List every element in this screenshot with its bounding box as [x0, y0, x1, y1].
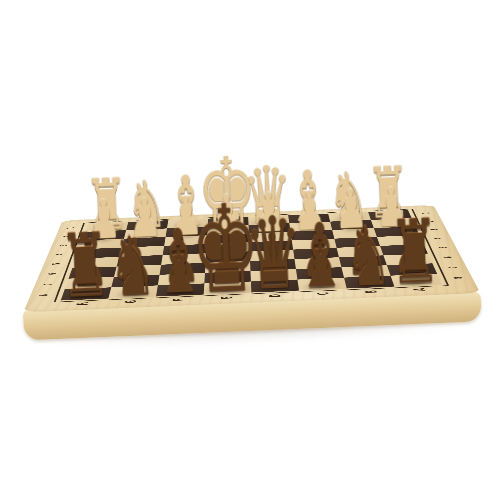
rank-label-left-3: 3 [57, 243, 70, 248]
rank-label-right-1: 1 [420, 211, 433, 215]
rank-label-left-5: 5 [50, 261, 64, 266]
file-label-f: F [171, 297, 188, 303]
rank-label-right-2: 2 [424, 219, 437, 223]
file-label-b: B [363, 289, 381, 295]
square-f8 [156, 283, 204, 296]
rank-label-left-7: 7 [41, 282, 55, 287]
rank-label-right-3: 3 [428, 227, 441, 231]
rank-label-right-8: 8 [451, 275, 466, 281]
square-d8 [251, 280, 299, 293]
chess-set-photo: HGFEDCBA1234567812345678 ♜♞♝♛♚♝♞♜♟♟♟♟♟♟♟… [0, 0, 500, 500]
rank-label-right-4: 4 [432, 236, 446, 241]
square-e8 [204, 281, 252, 294]
square-b8 [344, 276, 394, 289]
rank-label-left-4: 4 [54, 252, 67, 257]
file-label-a: A [411, 287, 430, 293]
rank-label-right-6: 6 [441, 255, 455, 260]
square-a8 [391, 274, 442, 287]
file-label-e: E [219, 295, 236, 301]
rank-label-left-8: 8 [36, 292, 51, 298]
rank-label-left-6: 6 [45, 271, 59, 276]
square-h8 [61, 287, 112, 300]
board-tilt-wrapper: HGFEDCBA1234567812345678 ♜♞♝♛♚♝♞♜♟♟♟♟♟♟♟… [0, 0, 500, 500]
file-label-c: C [315, 291, 333, 297]
file-label-h: H [74, 301, 92, 307]
rank-label-right-7: 7 [446, 265, 461, 270]
rank-label-left-2: 2 [61, 234, 74, 238]
rank-label-left-1: 1 [64, 226, 76, 230]
rank-label-right-5: 5 [436, 245, 450, 250]
file-label-d: D [267, 293, 284, 299]
square-c8 [297, 278, 346, 291]
square-g8 [108, 285, 157, 298]
file-label-g: G [122, 299, 140, 305]
